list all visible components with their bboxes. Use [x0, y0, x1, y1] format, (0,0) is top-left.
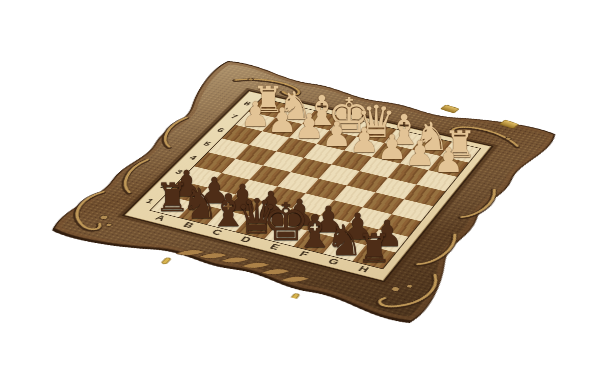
chess-piece-light-pawn[interactable]: ♟ — [377, 130, 408, 164]
chess-piece-dark-rook[interactable]: ♜ — [356, 230, 391, 270]
chess-piece-light-pawn[interactable]: ♟ — [321, 117, 351, 151]
chess-piece-light-pawn[interactable]: ♟ — [433, 143, 464, 177]
chess-piece-light-pawn[interactable]: ♟ — [294, 110, 324, 144]
scene: 87654321ABCDEFGH ♜♞♝♚♛♝♞♜♟♟♟♟♟♟♟♟♟♟♟♟♟♟♟… — [0, 0, 600, 380]
chess-piece-light-pawn[interactable]: ♟ — [405, 136, 436, 170]
chess-piece-light-pawn[interactable]: ♟ — [240, 98, 270, 132]
chess-piece-light-pawn[interactable]: ♟ — [267, 104, 297, 138]
chess-piece-light-pawn[interactable]: ♟ — [349, 123, 379, 157]
